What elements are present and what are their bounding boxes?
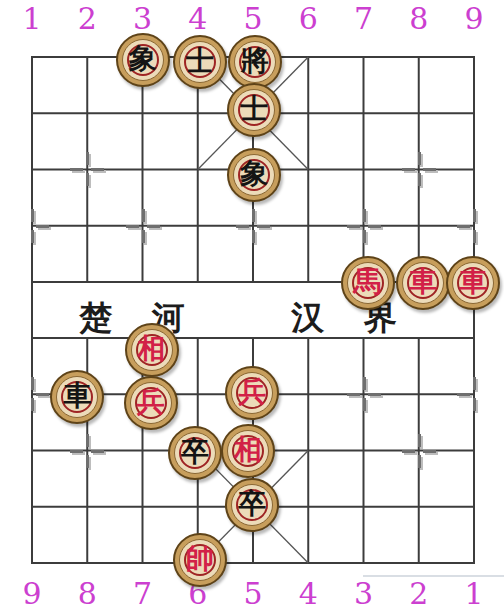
piece-red-elephant[interactable]: 相 xyxy=(221,424,275,478)
piece-character: 車 xyxy=(52,372,102,422)
piece-black-soldier[interactable]: 卒 xyxy=(168,426,222,480)
file-label: 1 xyxy=(464,576,483,612)
file-label: 3 xyxy=(354,576,373,612)
piece-character: 士 xyxy=(229,85,279,135)
piece-black-soldier[interactable]: 卒 xyxy=(225,478,279,532)
piece-black-elephant[interactable]: 象 xyxy=(116,33,170,87)
piece-character: 兵 xyxy=(227,368,277,418)
piece-red-general[interactable]: 帥 xyxy=(173,533,227,587)
file-label: 2 xyxy=(78,1,97,37)
file-label: 5 xyxy=(243,576,262,612)
piece-character: 馬 xyxy=(343,258,393,308)
piece-character: 車 xyxy=(448,258,498,308)
piece-character: 車 xyxy=(398,258,448,308)
file-label: 7 xyxy=(133,576,152,612)
piece-character: 象 xyxy=(118,35,168,85)
piece-character: 將 xyxy=(230,37,280,87)
piece-character: 相 xyxy=(127,325,177,375)
file-label: 7 xyxy=(354,1,373,37)
file-label: 6 xyxy=(299,1,318,37)
xiangqi-board: 123456789 987654321 楚 河 汉 界 象士將士象馬車車相車兵兵… xyxy=(0,0,504,612)
piece-character: 相 xyxy=(223,426,273,476)
piece-black-elephant[interactable]: 象 xyxy=(227,148,281,202)
file-label: 5 xyxy=(243,1,262,37)
file-label: 1 xyxy=(22,1,41,37)
piece-character: 帥 xyxy=(175,535,225,585)
piece-red-chariot[interactable]: 車 xyxy=(446,256,500,310)
piece-red-soldier[interactable]: 兵 xyxy=(124,376,178,430)
file-label: 8 xyxy=(409,1,428,37)
piece-black-general[interactable]: 將 xyxy=(228,35,282,89)
file-label: 9 xyxy=(464,1,483,37)
piece-red-horse[interactable]: 馬 xyxy=(341,256,395,310)
watermark-line xyxy=(363,575,504,577)
piece-character: 兵 xyxy=(126,378,176,428)
piece-character: 士 xyxy=(175,37,225,87)
file-label: 4 xyxy=(299,576,318,612)
piece-red-soldier[interactable]: 兵 xyxy=(225,366,279,420)
file-label: 2 xyxy=(409,576,428,612)
file-label: 8 xyxy=(78,576,97,612)
piece-black-advisor[interactable]: 士 xyxy=(173,35,227,89)
file-label: 4 xyxy=(188,1,207,37)
piece-red-elephant[interactable]: 相 xyxy=(125,323,179,377)
piece-black-advisor[interactable]: 士 xyxy=(227,83,281,137)
piece-red-chariot[interactable]: 車 xyxy=(396,256,450,310)
file-label: 9 xyxy=(22,576,41,612)
piece-character: 卒 xyxy=(170,428,220,478)
piece-character: 象 xyxy=(229,150,279,200)
file-label: 3 xyxy=(133,1,152,37)
piece-character: 卒 xyxy=(227,480,277,530)
piece-black-chariot[interactable]: 車 xyxy=(50,370,104,424)
